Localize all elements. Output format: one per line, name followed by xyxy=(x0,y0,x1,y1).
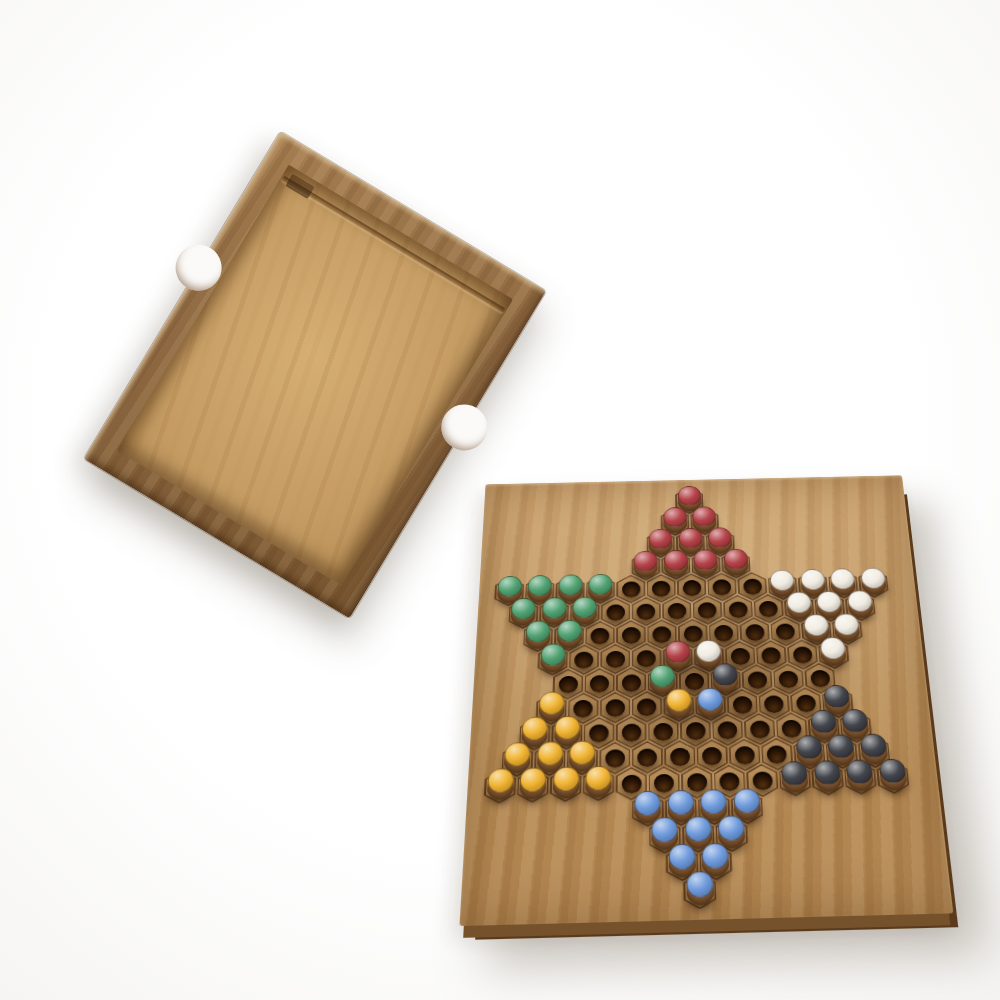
board-hole[interactable] xyxy=(745,624,764,641)
board-hole[interactable] xyxy=(752,771,773,790)
board-hole[interactable] xyxy=(684,672,703,690)
board-hole[interactable] xyxy=(637,698,656,716)
board-hole[interactable] xyxy=(747,671,767,689)
board-hole[interactable] xyxy=(652,626,671,643)
board-hole[interactable] xyxy=(776,623,796,640)
board-hole[interactable] xyxy=(622,581,640,597)
board-hole[interactable] xyxy=(743,578,762,594)
board-hole[interactable] xyxy=(670,747,690,766)
board-cell xyxy=(811,762,845,796)
board-hole[interactable] xyxy=(637,650,656,667)
board-hole[interactable] xyxy=(687,773,707,792)
star-grid xyxy=(459,475,953,926)
board-hole[interactable] xyxy=(606,650,625,667)
board-hole[interactable] xyxy=(685,722,705,740)
board-hole[interactable] xyxy=(621,674,640,692)
board-hole[interactable] xyxy=(682,580,701,596)
board-hole[interactable] xyxy=(667,602,686,619)
board-hole[interactable] xyxy=(621,774,641,793)
board-hole[interactable] xyxy=(719,772,739,791)
board-cell xyxy=(583,768,615,802)
tray-slide-groove xyxy=(282,176,506,313)
board-hole[interactable] xyxy=(606,604,625,621)
board-hole[interactable] xyxy=(717,721,737,739)
board-hole[interactable] xyxy=(622,627,641,644)
board-hole[interactable] xyxy=(654,773,674,792)
board-cell xyxy=(778,763,811,797)
board-hole[interactable] xyxy=(810,669,830,686)
board-hole[interactable] xyxy=(558,675,577,693)
board-hole[interactable] xyxy=(728,601,747,618)
board-cell xyxy=(550,768,582,802)
board-cell xyxy=(483,770,516,804)
board-hole[interactable] xyxy=(702,746,722,765)
board-hole[interactable] xyxy=(712,579,731,595)
board-hole[interactable] xyxy=(730,647,750,664)
board-cell xyxy=(876,760,910,794)
board-cell xyxy=(843,761,877,795)
board-hole[interactable] xyxy=(590,627,609,644)
storage-tray xyxy=(84,131,546,618)
game-board xyxy=(459,475,953,926)
board-hole[interactable] xyxy=(621,723,640,741)
board-hole[interactable] xyxy=(698,602,717,619)
board-hole[interactable] xyxy=(749,720,769,738)
board-hole[interactable] xyxy=(605,749,625,768)
board-hole[interactable] xyxy=(637,603,656,620)
board-hole[interactable] xyxy=(732,696,752,714)
board-hole[interactable] xyxy=(778,670,798,687)
board-cell xyxy=(516,769,548,803)
tray-interior xyxy=(117,164,514,585)
board-hole[interactable] xyxy=(638,748,658,767)
board-cell xyxy=(683,873,716,910)
board-hole[interactable] xyxy=(714,624,733,641)
board-hole[interactable] xyxy=(796,694,816,712)
board-hole[interactable] xyxy=(652,580,671,596)
board-hole[interactable] xyxy=(792,646,812,663)
board-hole[interactable] xyxy=(605,699,624,717)
board-hole[interactable] xyxy=(683,625,702,642)
board-hole[interactable] xyxy=(590,675,609,693)
board-hole[interactable] xyxy=(653,722,673,740)
board-hole[interactable] xyxy=(734,746,754,765)
board-hole[interactable] xyxy=(589,724,609,742)
